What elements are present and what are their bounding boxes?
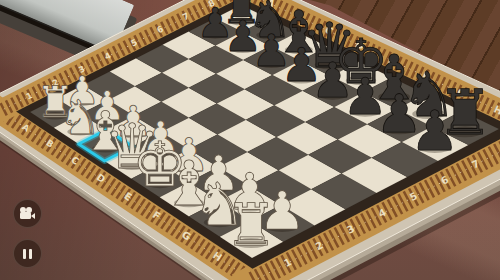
pause-icon	[23, 249, 32, 259]
black-pawn-h7[interactable]: ♟	[410, 99, 459, 163]
pause-button[interactable]	[13, 239, 42, 268]
game-scene: AABBCCDDEEFFGGHH1122334455667788♜♟♞♟♝♟♛♟…	[0, 0, 500, 280]
chessboard-3d: AABBCCDDEEFFGGHH1122334455667788♜♟♞♟♝♟♛♟…	[0, 0, 500, 280]
white-rook-h1[interactable]: ♜	[225, 191, 277, 259]
video-camera-icon	[20, 208, 35, 219]
camera-button[interactable]	[13, 199, 42, 228]
